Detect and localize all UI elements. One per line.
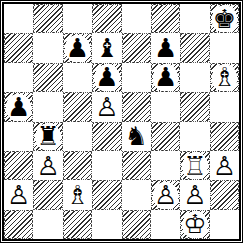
square-h6: ♗: [210, 63, 239, 92]
square-d4: [92, 122, 121, 151]
black-pawn: ♟: [5, 93, 32, 120]
square-b4: ♜: [33, 122, 62, 151]
square-c4: [63, 122, 92, 151]
white-pawn: ♙: [4, 180, 33, 209]
square-b8: [33, 4, 62, 33]
black-knight: ♞: [122, 122, 151, 151]
square-f2: ♙: [151, 180, 180, 209]
black-king: ♚: [211, 5, 238, 32]
square-f3: [151, 151, 180, 180]
square-e6: [122, 63, 151, 92]
square-a1: [4, 210, 33, 239]
square-d1: [92, 210, 121, 239]
white-pawn: ♙: [152, 181, 179, 208]
square-c7: ♟: [63, 33, 92, 62]
white-pawn: ♙: [180, 180, 209, 209]
chess-diagram-frame: ♚♟♝♟♟♟♗♟♙♜♞♙♖♙♙♗♙♙♔: [0, 0, 243, 243]
square-e1: [122, 210, 151, 239]
black-pawn: ♟: [152, 64, 179, 91]
square-c8: [63, 4, 92, 33]
white-bishop: ♗: [211, 64, 238, 91]
black-pawn: ♟: [151, 33, 180, 62]
black-rook: ♜: [34, 123, 61, 150]
square-h1: [210, 210, 239, 239]
square-a4: [4, 122, 33, 151]
black-bishop: ♝: [92, 33, 121, 62]
square-f7: ♟: [151, 33, 180, 62]
square-h4: [210, 122, 239, 151]
square-g5: [180, 92, 209, 121]
square-e7: [122, 33, 151, 62]
square-a7: [4, 33, 33, 62]
white-bishop: ♗: [63, 180, 92, 209]
square-d2: [92, 180, 121, 209]
square-a6: [4, 63, 33, 92]
square-f5: [151, 92, 180, 121]
square-h3: ♙: [210, 151, 239, 180]
square-h2: [210, 180, 239, 209]
black-pawn: ♟: [93, 64, 120, 91]
square-c3: [63, 151, 92, 180]
square-d7: ♝: [92, 33, 121, 62]
square-a2: ♙: [4, 180, 33, 209]
white-pawn: ♙: [33, 151, 62, 180]
square-e3: [122, 151, 151, 180]
square-e2: [122, 180, 151, 209]
square-f8: [151, 4, 180, 33]
white-pawn: ♙: [210, 151, 239, 180]
square-c1: [63, 210, 92, 239]
square-h7: [210, 33, 239, 62]
square-a8: [4, 4, 33, 33]
square-d3: [92, 151, 121, 180]
square-f4: [151, 122, 180, 151]
square-g3: ♖: [180, 151, 209, 180]
square-g6: [180, 63, 209, 92]
square-e4: ♞: [122, 122, 151, 151]
square-e5: [122, 92, 151, 121]
square-b2: [33, 180, 62, 209]
square-c6: [63, 63, 92, 92]
square-b5: [33, 92, 62, 121]
square-e8: [122, 4, 151, 33]
square-f6: ♟: [151, 63, 180, 92]
square-b7: [33, 33, 62, 62]
white-king: ♔: [181, 211, 208, 238]
square-h8: ♚: [210, 4, 239, 33]
square-d8: [92, 4, 121, 33]
white-rook: ♖: [181, 152, 208, 179]
square-g1: ♔: [180, 210, 209, 239]
square-d5: ♙: [92, 92, 121, 121]
square-a5: ♟: [4, 92, 33, 121]
white-pawn: ♙: [92, 92, 121, 121]
square-d6: ♟: [92, 63, 121, 92]
chess-board: ♚♟♝♟♟♟♗♟♙♜♞♙♖♙♙♗♙♙♔: [2, 2, 241, 241]
square-g4: [180, 122, 209, 151]
square-b6: [33, 63, 62, 92]
square-c2: ♗: [63, 180, 92, 209]
square-f1: [151, 210, 180, 239]
square-c5: [63, 92, 92, 121]
square-g8: [180, 4, 209, 33]
square-b3: ♙: [33, 151, 62, 180]
square-g2: ♙: [180, 180, 209, 209]
square-g7: [180, 33, 209, 62]
black-pawn: ♟: [64, 34, 91, 61]
square-a3: [4, 151, 33, 180]
square-h5: [210, 92, 239, 121]
square-b1: [33, 210, 62, 239]
